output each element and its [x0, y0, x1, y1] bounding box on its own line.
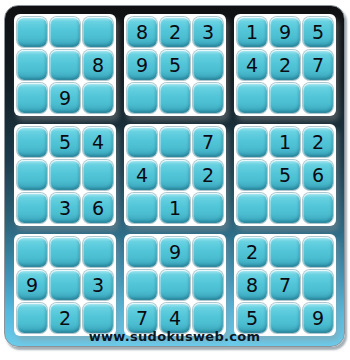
box-r2c1: 5436: [14, 124, 116, 226]
cell-r2c5[interactable]: 5: [160, 50, 190, 80]
cell-r7c7[interactable]: 2: [237, 237, 267, 267]
cell-r3c7[interactable]: [237, 83, 267, 113]
cell-r8c1[interactable]: 9: [17, 270, 47, 300]
site-url: www.sudokusweb.com: [5, 329, 344, 344]
cell-r5c4[interactable]: 4: [127, 160, 157, 190]
cell-r2c7[interactable]: 4: [237, 50, 267, 80]
cell-r6c2[interactable]: 3: [50, 193, 80, 223]
cell-r8c3[interactable]: 3: [83, 270, 113, 300]
sudoku-board-grid: 898239519542754367421125693297428759: [14, 14, 336, 336]
cell-r4c1[interactable]: [17, 127, 47, 157]
box-r2c2: 7421: [124, 124, 226, 226]
cell-r7c5[interactable]: 9: [160, 237, 190, 267]
cell-r5c7[interactable]: [237, 160, 267, 190]
cell-r1c6[interactable]: 3: [193, 17, 223, 47]
cell-r6c4[interactable]: [127, 193, 157, 223]
cell-r3c5[interactable]: [160, 83, 190, 113]
cell-r8c5[interactable]: [160, 270, 190, 300]
cell-r7c1[interactable]: [17, 237, 47, 267]
cell-r1c3[interactable]: [83, 17, 113, 47]
box-r1c1: 89: [14, 14, 116, 116]
cell-r2c2[interactable]: [50, 50, 80, 80]
page: 898239519542754367421125693297428759 www…: [0, 0, 350, 360]
cell-r5c9[interactable]: 6: [303, 160, 333, 190]
cell-r2c3[interactable]: 8: [83, 50, 113, 80]
cell-r7c9[interactable]: [303, 237, 333, 267]
cell-r2c9[interactable]: 7: [303, 50, 333, 80]
cell-r6c7[interactable]: [237, 193, 267, 223]
cell-r6c3[interactable]: 6: [83, 193, 113, 223]
cell-r2c1[interactable]: [17, 50, 47, 80]
cell-r1c2[interactable]: [50, 17, 80, 47]
cell-r1c4[interactable]: 8: [127, 17, 157, 47]
cell-r3c2[interactable]: 9: [50, 83, 80, 113]
box-r2c3: 1256: [234, 124, 336, 226]
cell-r5c5[interactable]: [160, 160, 190, 190]
cell-r8c8[interactable]: 7: [270, 270, 300, 300]
cell-r7c6[interactable]: [193, 237, 223, 267]
cell-r7c2[interactable]: [50, 237, 80, 267]
cell-r3c3[interactable]: [83, 83, 113, 113]
cell-r4c3[interactable]: 4: [83, 127, 113, 157]
cell-r4c5[interactable]: [160, 127, 190, 157]
box-r3c1: 932: [14, 234, 116, 336]
cell-r8c6[interactable]: [193, 270, 223, 300]
cell-r4c2[interactable]: 5: [50, 127, 80, 157]
cell-r3c8[interactable]: [270, 83, 300, 113]
cell-r3c1[interactable]: [17, 83, 47, 113]
box-r3c2: 974: [124, 234, 226, 336]
cell-r8c2[interactable]: [50, 270, 80, 300]
cell-r3c6[interactable]: [193, 83, 223, 113]
box-r1c2: 82395: [124, 14, 226, 116]
cell-r6c9[interactable]: [303, 193, 333, 223]
box-r3c3: 28759: [234, 234, 336, 336]
cell-r4c7[interactable]: [237, 127, 267, 157]
cell-r2c4[interactable]: 9: [127, 50, 157, 80]
box-r1c3: 195427: [234, 14, 336, 116]
cell-r3c4[interactable]: [127, 83, 157, 113]
cell-r1c9[interactable]: 5: [303, 17, 333, 47]
cell-r5c2[interactable]: [50, 160, 80, 190]
cell-r8c9[interactable]: [303, 270, 333, 300]
cell-r6c8[interactable]: [270, 193, 300, 223]
cell-r6c6[interactable]: [193, 193, 223, 223]
cell-r6c5[interactable]: 1: [160, 193, 190, 223]
cell-r4c9[interactable]: 2: [303, 127, 333, 157]
cell-r4c4[interactable]: [127, 127, 157, 157]
cell-r7c8[interactable]: [270, 237, 300, 267]
cell-r4c8[interactable]: 1: [270, 127, 300, 157]
cell-r1c8[interactable]: 9: [270, 17, 300, 47]
cell-r1c5[interactable]: 2: [160, 17, 190, 47]
cell-r7c4[interactable]: [127, 237, 157, 267]
cell-r5c8[interactable]: 5: [270, 160, 300, 190]
cell-r5c6[interactable]: 2: [193, 160, 223, 190]
cell-r5c1[interactable]: [17, 160, 47, 190]
cell-r2c6[interactable]: [193, 50, 223, 80]
cell-r7c3[interactable]: [83, 237, 113, 267]
cell-r1c7[interactable]: 1: [237, 17, 267, 47]
cell-r8c4[interactable]: [127, 270, 157, 300]
cell-r6c1[interactable]: [17, 193, 47, 223]
cell-r5c3[interactable]: [83, 160, 113, 190]
cell-r1c1[interactable]: [17, 17, 47, 47]
cell-r4c6[interactable]: 7: [193, 127, 223, 157]
sudoku-board: 898239519542754367421125693297428759 www…: [4, 5, 345, 347]
cell-r3c9[interactable]: [303, 83, 333, 113]
cell-r8c7[interactable]: 8: [237, 270, 267, 300]
cell-r2c8[interactable]: 2: [270, 50, 300, 80]
